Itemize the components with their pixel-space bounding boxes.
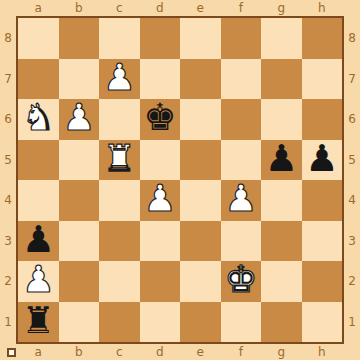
square-e6[interactable]: [180, 99, 221, 140]
chess-board: ♟♞♟♚♜♟♟♟♟♟♟♚♜: [16, 16, 344, 344]
file-labels-bottom: abcdefgh: [18, 344, 342, 360]
square-b8[interactable]: [59, 18, 100, 59]
square-d1[interactable]: [140, 302, 181, 343]
square-a8[interactable]: [18, 18, 59, 59]
rank-label-2: 2: [344, 261, 360, 302]
piece-black-king: ♚: [143, 99, 176, 139]
square-a6[interactable]: ♞: [18, 99, 59, 140]
rank-label-4: 4: [0, 180, 16, 221]
piece-white-king: ♚: [224, 261, 257, 301]
square-e7[interactable]: [180, 59, 221, 100]
square-g4[interactable]: [261, 180, 302, 221]
rank-label-8: 8: [344, 18, 360, 59]
piece-white-rook: ♜: [103, 140, 136, 180]
file-labels-top: abcdefgh: [18, 0, 342, 16]
piece-black-rook: ♜: [22, 302, 55, 342]
square-h7[interactable]: [302, 59, 343, 100]
square-f3[interactable]: [221, 221, 262, 262]
file-label-c: c: [99, 0, 140, 16]
square-g1[interactable]: [261, 302, 302, 343]
file-label-d: d: [140, 344, 181, 360]
rank-label-4: 4: [344, 180, 360, 221]
piece-black-pawn: ♟: [22, 221, 55, 261]
square-c1[interactable]: [99, 302, 140, 343]
piece-white-pawn: ♟: [224, 180, 257, 220]
white-to-move-indicator: [7, 348, 16, 357]
square-d8[interactable]: [140, 18, 181, 59]
rank-label-6: 6: [0, 99, 16, 140]
square-e3[interactable]: [180, 221, 221, 262]
rank-label-6: 6: [344, 99, 360, 140]
square-f4[interactable]: ♟: [221, 180, 262, 221]
square-e1[interactable]: [180, 302, 221, 343]
piece-white-pawn: ♟: [143, 180, 176, 220]
square-b7[interactable]: [59, 59, 100, 100]
square-a1[interactable]: ♜: [18, 302, 59, 343]
square-h2[interactable]: [302, 261, 343, 302]
file-label-a: a: [18, 344, 59, 360]
square-h1[interactable]: [302, 302, 343, 343]
square-c7[interactable]: ♟: [99, 59, 140, 100]
square-f7[interactable]: [221, 59, 262, 100]
square-e5[interactable]: [180, 140, 221, 181]
rank-label-7: 7: [0, 59, 16, 100]
rank-label-8: 8: [0, 18, 16, 59]
square-e4[interactable]: [180, 180, 221, 221]
square-g6[interactable]: [261, 99, 302, 140]
square-d6[interactable]: ♚: [140, 99, 181, 140]
square-f8[interactable]: [221, 18, 262, 59]
square-c4[interactable]: [99, 180, 140, 221]
square-e2[interactable]: [180, 261, 221, 302]
square-f1[interactable]: [221, 302, 262, 343]
square-a2[interactable]: ♟: [18, 261, 59, 302]
file-label-h: h: [302, 0, 343, 16]
square-d5[interactable]: [140, 140, 181, 181]
square-a5[interactable]: [18, 140, 59, 181]
rank-label-1: 1: [344, 302, 360, 343]
square-b5[interactable]: [59, 140, 100, 181]
square-b3[interactable]: [59, 221, 100, 262]
piece-white-knight: ♞: [22, 99, 55, 139]
chess-diagram: abcdefgh 87654321 87654321 ♟♞♟♚♜♟♟♟♟♟♟♚♜…: [0, 0, 360, 360]
square-g3[interactable]: [261, 221, 302, 262]
square-b6[interactable]: ♟: [59, 99, 100, 140]
piece-black-pawn: ♟: [265, 140, 298, 180]
square-h3[interactable]: [302, 221, 343, 262]
rank-label-1: 1: [0, 302, 16, 343]
rank-label-5: 5: [344, 140, 360, 181]
file-label-b: b: [59, 0, 100, 16]
square-d4[interactable]: ♟: [140, 180, 181, 221]
rank-label-5: 5: [0, 140, 16, 181]
square-f5[interactable]: [221, 140, 262, 181]
file-label-e: e: [180, 344, 221, 360]
piece-white-pawn: ♟: [103, 59, 136, 99]
square-h8[interactable]: [302, 18, 343, 59]
square-f6[interactable]: [221, 99, 262, 140]
square-h6[interactable]: [302, 99, 343, 140]
square-c8[interactable]: [99, 18, 140, 59]
square-g5[interactable]: ♟: [261, 140, 302, 181]
square-e8[interactable]: [180, 18, 221, 59]
piece-white-pawn: ♟: [22, 261, 55, 301]
square-b1[interactable]: [59, 302, 100, 343]
file-label-f: f: [221, 0, 262, 16]
square-g8[interactable]: [261, 18, 302, 59]
file-label-f: f: [221, 344, 262, 360]
rank-label-3: 3: [344, 221, 360, 262]
file-label-e: e: [180, 0, 221, 16]
square-g7[interactable]: [261, 59, 302, 100]
square-a4[interactable]: [18, 180, 59, 221]
file-label-a: a: [18, 0, 59, 16]
square-d7[interactable]: [140, 59, 181, 100]
square-c5[interactable]: ♜: [99, 140, 140, 181]
square-h5[interactable]: ♟: [302, 140, 343, 181]
file-label-h: h: [302, 344, 343, 360]
square-a3[interactable]: ♟: [18, 221, 59, 262]
rank-labels-left: 87654321: [0, 18, 16, 342]
square-d2[interactable]: [140, 261, 181, 302]
file-label-d: d: [140, 0, 181, 16]
square-a7[interactable]: [18, 59, 59, 100]
rank-label-2: 2: [0, 261, 16, 302]
rank-label-3: 3: [0, 221, 16, 262]
file-label-b: b: [59, 344, 100, 360]
square-h4[interactable]: [302, 180, 343, 221]
square-c3[interactable]: [99, 221, 140, 262]
rank-label-7: 7: [344, 59, 360, 100]
file-label-g: g: [261, 344, 302, 360]
square-c2[interactable]: [99, 261, 140, 302]
square-f2[interactable]: ♚: [221, 261, 262, 302]
square-b2[interactable]: [59, 261, 100, 302]
piece-white-pawn: ♟: [62, 99, 95, 139]
square-b4[interactable]: [59, 180, 100, 221]
file-label-g: g: [261, 0, 302, 16]
square-c6[interactable]: [99, 99, 140, 140]
square-d3[interactable]: [140, 221, 181, 262]
piece-black-pawn: ♟: [305, 140, 338, 180]
square-g2[interactable]: [261, 261, 302, 302]
rank-labels-right: 87654321: [344, 18, 360, 342]
file-label-c: c: [99, 344, 140, 360]
